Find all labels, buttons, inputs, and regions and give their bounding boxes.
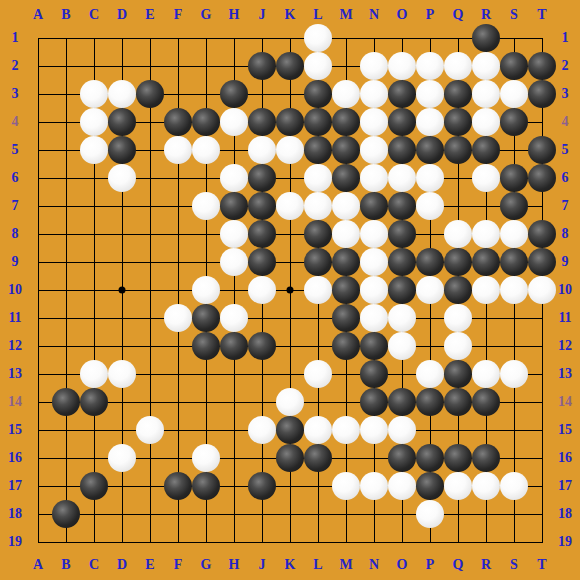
white-stone-Q12 [444, 332, 472, 360]
row-label-left-4: 4 [3, 115, 27, 129]
white-stone-Q8 [444, 220, 472, 248]
white-stone-Q11 [444, 304, 472, 332]
black-stone-G12 [192, 332, 220, 360]
black-stone-E3 [136, 80, 164, 108]
grid-line-horizontal [38, 514, 543, 515]
white-stone-S10 [500, 276, 528, 304]
black-stone-J7 [248, 192, 276, 220]
black-stone-L4 [304, 108, 332, 136]
col-label-top-E: E [138, 8, 162, 22]
black-stone-L16 [304, 444, 332, 472]
col-label-top-S: S [502, 8, 526, 22]
white-stone-S8 [500, 220, 528, 248]
white-stone-D16 [108, 444, 136, 472]
col-label-top-T: T [530, 8, 554, 22]
black-stone-M9 [332, 248, 360, 276]
black-stone-L9 [304, 248, 332, 276]
col-label-top-N: N [362, 8, 386, 22]
white-stone-C13 [80, 360, 108, 388]
black-stone-L3 [304, 80, 332, 108]
white-stone-D13 [108, 360, 136, 388]
white-stone-L7 [304, 192, 332, 220]
white-stone-R10 [472, 276, 500, 304]
row-label-left-2: 2 [3, 59, 27, 73]
black-stone-T2 [528, 52, 556, 80]
row-label-right-10: 10 [553, 283, 577, 297]
white-stone-G5 [192, 136, 220, 164]
black-stone-G4 [192, 108, 220, 136]
white-stone-P2 [416, 52, 444, 80]
white-stone-R3 [472, 80, 500, 108]
col-label-top-M: M [334, 8, 358, 22]
white-stone-G7 [192, 192, 220, 220]
col-label-bottom-E: E [138, 558, 162, 572]
black-stone-R9 [472, 248, 500, 276]
black-stone-T3 [528, 80, 556, 108]
grid-line-horizontal [38, 542, 543, 543]
white-stone-R6 [472, 164, 500, 192]
white-stone-L13 [304, 360, 332, 388]
black-stone-B18 [52, 500, 80, 528]
white-stone-J5 [248, 136, 276, 164]
row-label-right-12: 12 [553, 339, 577, 353]
white-stone-N10 [360, 276, 388, 304]
black-stone-L8 [304, 220, 332, 248]
black-stone-H12 [220, 332, 248, 360]
white-stone-K5 [276, 136, 304, 164]
black-stone-Q13 [444, 360, 472, 388]
black-stone-L5 [304, 136, 332, 164]
star-point-D10 [119, 287, 126, 294]
col-label-bottom-G: G [194, 558, 218, 572]
black-stone-Q10 [444, 276, 472, 304]
black-stone-J8 [248, 220, 276, 248]
black-stone-O10 [388, 276, 416, 304]
black-stone-R14 [472, 388, 500, 416]
row-label-right-14: 14 [553, 395, 577, 409]
white-stone-H6 [220, 164, 248, 192]
black-stone-O3 [388, 80, 416, 108]
white-stone-M7 [332, 192, 360, 220]
black-stone-K16 [276, 444, 304, 472]
row-label-right-4: 4 [553, 115, 577, 129]
black-stone-D4 [108, 108, 136, 136]
black-stone-J6 [248, 164, 276, 192]
row-label-left-19: 19 [3, 535, 27, 549]
row-label-right-19: 19 [553, 535, 577, 549]
black-stone-H3 [220, 80, 248, 108]
white-stone-D3 [108, 80, 136, 108]
white-stone-L2 [304, 52, 332, 80]
black-stone-T8 [528, 220, 556, 248]
black-stone-N13 [360, 360, 388, 388]
col-label-bottom-H: H [222, 558, 246, 572]
black-stone-H7 [220, 192, 248, 220]
black-stone-Q3 [444, 80, 472, 108]
white-stone-K14 [276, 388, 304, 416]
white-stone-S13 [500, 360, 528, 388]
white-stone-N11 [360, 304, 388, 332]
black-stone-N12 [360, 332, 388, 360]
black-stone-M4 [332, 108, 360, 136]
black-stone-Q9 [444, 248, 472, 276]
col-label-top-A: A [26, 8, 50, 22]
black-stone-P14 [416, 388, 444, 416]
row-label-right-15: 15 [553, 423, 577, 437]
white-stone-H9 [220, 248, 248, 276]
star-point-K10 [287, 287, 294, 294]
row-label-right-2: 2 [553, 59, 577, 73]
row-label-right-1: 1 [553, 31, 577, 45]
col-label-bottom-B: B [54, 558, 78, 572]
black-stone-K15 [276, 416, 304, 444]
black-stone-R1 [472, 24, 500, 52]
white-stone-R13 [472, 360, 500, 388]
black-stone-R16 [472, 444, 500, 472]
black-stone-O4 [388, 108, 416, 136]
white-stone-R8 [472, 220, 500, 248]
black-stone-R5 [472, 136, 500, 164]
black-stone-J2 [248, 52, 276, 80]
white-stone-P13 [416, 360, 444, 388]
row-label-right-7: 7 [553, 199, 577, 213]
row-label-right-18: 18 [553, 507, 577, 521]
black-stone-O7 [388, 192, 416, 220]
white-stone-M3 [332, 80, 360, 108]
row-label-left-13: 13 [3, 367, 27, 381]
black-stone-F4 [164, 108, 192, 136]
black-stone-J17 [248, 472, 276, 500]
black-stone-P16 [416, 444, 444, 472]
black-stone-S2 [500, 52, 528, 80]
white-stone-P18 [416, 500, 444, 528]
col-label-bottom-L: L [306, 558, 330, 572]
black-stone-J4 [248, 108, 276, 136]
col-label-top-F: F [166, 8, 190, 22]
white-stone-N2 [360, 52, 388, 80]
col-label-top-L: L [306, 8, 330, 22]
row-label-left-8: 8 [3, 227, 27, 241]
go-board[interactable]: AABBCCDDEEFFGGHHJJKKLLMMNNOOPPQQRRSSTT11… [0, 0, 580, 580]
row-label-right-11: 11 [553, 311, 577, 325]
black-stone-D5 [108, 136, 136, 164]
black-stone-G17 [192, 472, 220, 500]
white-stone-T10 [528, 276, 556, 304]
white-stone-P10 [416, 276, 444, 304]
col-label-bottom-K: K [278, 558, 302, 572]
black-stone-N7 [360, 192, 388, 220]
row-label-left-15: 15 [3, 423, 27, 437]
white-stone-G10 [192, 276, 220, 304]
black-stone-Q16 [444, 444, 472, 472]
white-stone-H11 [220, 304, 248, 332]
black-stone-S9 [500, 248, 528, 276]
black-stone-N14 [360, 388, 388, 416]
black-stone-T5 [528, 136, 556, 164]
white-stone-L15 [304, 416, 332, 444]
white-stone-N17 [360, 472, 388, 500]
black-stone-Q5 [444, 136, 472, 164]
col-label-top-K: K [278, 8, 302, 22]
white-stone-M17 [332, 472, 360, 500]
white-stone-P3 [416, 80, 444, 108]
col-label-bottom-M: M [334, 558, 358, 572]
row-label-right-5: 5 [553, 143, 577, 157]
black-stone-P5 [416, 136, 444, 164]
black-stone-P9 [416, 248, 444, 276]
row-label-left-3: 3 [3, 87, 27, 101]
col-label-top-Q: Q [446, 8, 470, 22]
row-label-right-17: 17 [553, 479, 577, 493]
black-stone-O5 [388, 136, 416, 164]
white-stone-C5 [80, 136, 108, 164]
col-label-top-R: R [474, 8, 498, 22]
black-stone-F17 [164, 472, 192, 500]
white-stone-F11 [164, 304, 192, 332]
white-stone-F5 [164, 136, 192, 164]
row-label-right-6: 6 [553, 171, 577, 185]
black-stone-M6 [332, 164, 360, 192]
white-stone-S3 [500, 80, 528, 108]
white-stone-L10 [304, 276, 332, 304]
row-label-left-10: 10 [3, 283, 27, 297]
white-stone-R4 [472, 108, 500, 136]
row-label-left-9: 9 [3, 255, 27, 269]
white-stone-P6 [416, 164, 444, 192]
white-stone-D6 [108, 164, 136, 192]
white-stone-H8 [220, 220, 248, 248]
col-label-top-G: G [194, 8, 218, 22]
black-stone-O14 [388, 388, 416, 416]
row-label-left-14: 14 [3, 395, 27, 409]
white-stone-K7 [276, 192, 304, 220]
white-stone-E15 [136, 416, 164, 444]
row-label-right-3: 3 [553, 87, 577, 101]
row-label-left-1: 1 [3, 31, 27, 45]
col-label-bottom-F: F [166, 558, 190, 572]
white-stone-L6 [304, 164, 332, 192]
white-stone-M15 [332, 416, 360, 444]
white-stone-N5 [360, 136, 388, 164]
col-label-bottom-P: P [418, 558, 442, 572]
black-stone-C17 [80, 472, 108, 500]
white-stone-O15 [388, 416, 416, 444]
black-stone-C14 [80, 388, 108, 416]
black-stone-M12 [332, 332, 360, 360]
white-stone-O12 [388, 332, 416, 360]
white-stone-N6 [360, 164, 388, 192]
black-stone-S6 [500, 164, 528, 192]
col-label-top-B: B [54, 8, 78, 22]
row-label-left-12: 12 [3, 339, 27, 353]
col-label-bottom-O: O [390, 558, 414, 572]
col-label-top-J: J [250, 8, 274, 22]
row-label-right-8: 8 [553, 227, 577, 241]
black-stone-O9 [388, 248, 416, 276]
black-stone-O8 [388, 220, 416, 248]
col-label-bottom-J: J [250, 558, 274, 572]
white-stone-R17 [472, 472, 500, 500]
col-label-bottom-R: R [474, 558, 498, 572]
white-stone-L1 [304, 24, 332, 52]
white-stone-N8 [360, 220, 388, 248]
white-stone-C3 [80, 80, 108, 108]
white-stone-Q17 [444, 472, 472, 500]
col-label-bottom-N: N [362, 558, 386, 572]
black-stone-Q4 [444, 108, 472, 136]
white-stone-O6 [388, 164, 416, 192]
white-stone-H4 [220, 108, 248, 136]
white-stone-P4 [416, 108, 444, 136]
white-stone-Q2 [444, 52, 472, 80]
row-label-left-7: 7 [3, 199, 27, 213]
white-stone-N9 [360, 248, 388, 276]
col-label-top-H: H [222, 8, 246, 22]
black-stone-J12 [248, 332, 276, 360]
black-stone-S4 [500, 108, 528, 136]
row-label-left-16: 16 [3, 451, 27, 465]
white-stone-J10 [248, 276, 276, 304]
black-stone-K2 [276, 52, 304, 80]
white-stone-O17 [388, 472, 416, 500]
white-stone-N3 [360, 80, 388, 108]
row-label-left-18: 18 [3, 507, 27, 521]
black-stone-Q14 [444, 388, 472, 416]
black-stone-J9 [248, 248, 276, 276]
col-label-bottom-D: D [110, 558, 134, 572]
row-label-left-6: 6 [3, 171, 27, 185]
col-label-bottom-T: T [530, 558, 554, 572]
white-stone-O2 [388, 52, 416, 80]
col-label-bottom-C: C [82, 558, 106, 572]
col-label-top-C: C [82, 8, 106, 22]
white-stone-N4 [360, 108, 388, 136]
row-label-left-17: 17 [3, 479, 27, 493]
col-label-bottom-Q: Q [446, 558, 470, 572]
black-stone-S7 [500, 192, 528, 220]
col-label-top-O: O [390, 8, 414, 22]
white-stone-R2 [472, 52, 500, 80]
white-stone-P7 [416, 192, 444, 220]
black-stone-B14 [52, 388, 80, 416]
col-label-bottom-A: A [26, 558, 50, 572]
black-stone-O16 [388, 444, 416, 472]
row-label-right-16: 16 [553, 451, 577, 465]
black-stone-K4 [276, 108, 304, 136]
black-stone-T9 [528, 248, 556, 276]
white-stone-J15 [248, 416, 276, 444]
white-stone-G16 [192, 444, 220, 472]
col-label-bottom-S: S [502, 558, 526, 572]
black-stone-M11 [332, 304, 360, 332]
row-label-right-13: 13 [553, 367, 577, 381]
black-stone-M5 [332, 136, 360, 164]
white-stone-N15 [360, 416, 388, 444]
black-stone-P17 [416, 472, 444, 500]
black-stone-T6 [528, 164, 556, 192]
col-label-top-P: P [418, 8, 442, 22]
row-label-left-11: 11 [3, 311, 27, 325]
white-stone-O11 [388, 304, 416, 332]
black-stone-M10 [332, 276, 360, 304]
row-label-left-5: 5 [3, 143, 27, 157]
col-label-top-D: D [110, 8, 134, 22]
black-stone-G11 [192, 304, 220, 332]
row-label-right-9: 9 [553, 255, 577, 269]
white-stone-C4 [80, 108, 108, 136]
white-stone-S17 [500, 472, 528, 500]
white-stone-M8 [332, 220, 360, 248]
